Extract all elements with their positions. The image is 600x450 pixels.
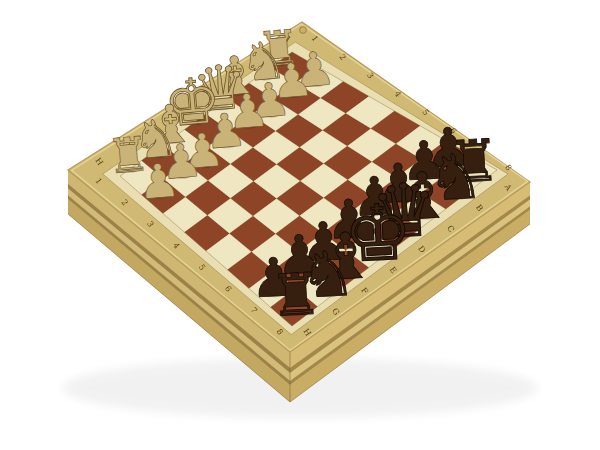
corner-pin (300, 27, 307, 34)
product-photo-scene: Wooden box chess set photographed from a… (0, 0, 600, 450)
piece-white-pawn-h2[interactable]: ♟ (135, 153, 181, 210)
chess-set-photo: 1234567812345678HGFEDCBAHGFEDCBA♜♞♟♝♟♛♟♚… (0, 0, 600, 450)
piece-black-rook-h8[interactable]: ♜ (268, 260, 323, 330)
